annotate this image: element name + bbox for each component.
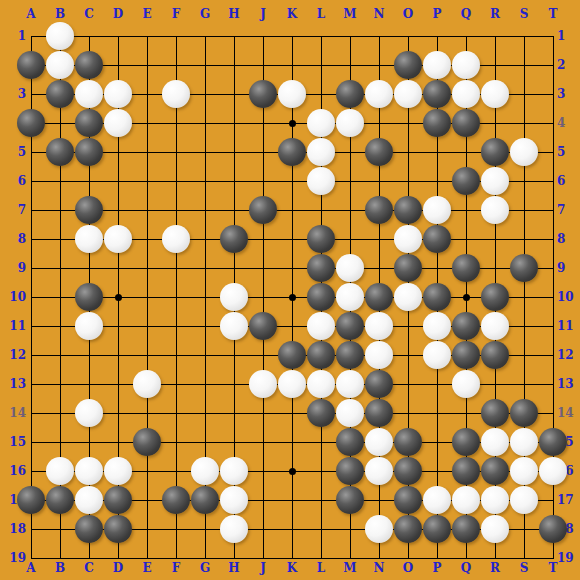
point-C12[interactable] bbox=[75, 341, 104, 370]
point-O17[interactable] bbox=[394, 486, 423, 515]
point-S14[interactable] bbox=[510, 399, 539, 428]
point-A12[interactable] bbox=[17, 341, 46, 370]
point-B6[interactable] bbox=[46, 167, 75, 196]
point-F8[interactable] bbox=[162, 225, 191, 254]
point-F17[interactable] bbox=[162, 486, 191, 515]
point-J8[interactable] bbox=[249, 225, 278, 254]
point-G3[interactable] bbox=[191, 80, 220, 109]
point-C10[interactable] bbox=[75, 283, 104, 312]
point-O11[interactable] bbox=[394, 312, 423, 341]
point-D8[interactable] bbox=[104, 225, 133, 254]
point-A3[interactable] bbox=[17, 80, 46, 109]
point-A8[interactable] bbox=[17, 225, 46, 254]
point-N14[interactable] bbox=[365, 399, 394, 428]
point-A5[interactable] bbox=[17, 138, 46, 167]
point-F15[interactable] bbox=[162, 428, 191, 457]
point-F16[interactable] bbox=[162, 457, 191, 486]
point-H6[interactable] bbox=[220, 167, 249, 196]
point-D7[interactable] bbox=[104, 196, 133, 225]
point-J13[interactable] bbox=[249, 370, 278, 399]
point-O10[interactable] bbox=[394, 283, 423, 312]
point-Q18[interactable] bbox=[452, 515, 481, 544]
point-J9[interactable] bbox=[249, 254, 278, 283]
point-O1[interactable] bbox=[394, 22, 423, 51]
point-E2[interactable] bbox=[133, 51, 162, 80]
point-R18[interactable] bbox=[481, 515, 510, 544]
point-K19[interactable] bbox=[278, 544, 307, 573]
point-G15[interactable] bbox=[191, 428, 220, 457]
point-L3[interactable] bbox=[307, 80, 336, 109]
point-L6[interactable] bbox=[307, 167, 336, 196]
point-P6[interactable] bbox=[423, 167, 452, 196]
point-J14[interactable] bbox=[249, 399, 278, 428]
point-J4[interactable] bbox=[249, 109, 278, 138]
point-L13[interactable] bbox=[307, 370, 336, 399]
point-R3[interactable] bbox=[481, 80, 510, 109]
point-H18[interactable] bbox=[220, 515, 249, 544]
point-P10[interactable] bbox=[423, 283, 452, 312]
point-E8[interactable] bbox=[133, 225, 162, 254]
point-T7[interactable] bbox=[539, 196, 568, 225]
point-J15[interactable] bbox=[249, 428, 278, 457]
point-R7[interactable] bbox=[481, 196, 510, 225]
point-K15[interactable] bbox=[278, 428, 307, 457]
point-B7[interactable] bbox=[46, 196, 75, 225]
point-J5[interactable] bbox=[249, 138, 278, 167]
point-R17[interactable] bbox=[481, 486, 510, 515]
point-D17[interactable] bbox=[104, 486, 133, 515]
point-Q5[interactable] bbox=[452, 138, 481, 167]
point-N12[interactable] bbox=[365, 341, 394, 370]
point-M3[interactable] bbox=[336, 80, 365, 109]
point-A6[interactable] bbox=[17, 167, 46, 196]
point-G12[interactable] bbox=[191, 341, 220, 370]
point-N16[interactable] bbox=[365, 457, 394, 486]
point-J2[interactable] bbox=[249, 51, 278, 80]
point-A13[interactable] bbox=[17, 370, 46, 399]
point-C5[interactable] bbox=[75, 138, 104, 167]
point-E17[interactable] bbox=[133, 486, 162, 515]
point-L19[interactable] bbox=[307, 544, 336, 573]
point-C13[interactable] bbox=[75, 370, 104, 399]
point-S6[interactable] bbox=[510, 167, 539, 196]
point-D6[interactable] bbox=[104, 167, 133, 196]
point-G19[interactable] bbox=[191, 544, 220, 573]
point-C2[interactable] bbox=[75, 51, 104, 80]
point-L14[interactable] bbox=[307, 399, 336, 428]
point-K13[interactable] bbox=[278, 370, 307, 399]
point-P5[interactable] bbox=[423, 138, 452, 167]
point-N15[interactable] bbox=[365, 428, 394, 457]
point-O12[interactable] bbox=[394, 341, 423, 370]
point-Q2[interactable] bbox=[452, 51, 481, 80]
point-E1[interactable] bbox=[133, 22, 162, 51]
point-R5[interactable] bbox=[481, 138, 510, 167]
point-T6[interactable] bbox=[539, 167, 568, 196]
point-A2[interactable] bbox=[17, 51, 46, 80]
point-P3[interactable] bbox=[423, 80, 452, 109]
point-Q15[interactable] bbox=[452, 428, 481, 457]
point-D5[interactable] bbox=[104, 138, 133, 167]
point-G9[interactable] bbox=[191, 254, 220, 283]
point-P9[interactable] bbox=[423, 254, 452, 283]
point-O6[interactable] bbox=[394, 167, 423, 196]
point-P11[interactable] bbox=[423, 312, 452, 341]
point-G8[interactable] bbox=[191, 225, 220, 254]
point-M2[interactable] bbox=[336, 51, 365, 80]
point-D1[interactable] bbox=[104, 22, 133, 51]
point-F14[interactable] bbox=[162, 399, 191, 428]
point-D16[interactable] bbox=[104, 457, 133, 486]
point-S5[interactable] bbox=[510, 138, 539, 167]
point-N8[interactable] bbox=[365, 225, 394, 254]
point-L5[interactable] bbox=[307, 138, 336, 167]
point-F7[interactable] bbox=[162, 196, 191, 225]
point-E14[interactable] bbox=[133, 399, 162, 428]
point-K17[interactable] bbox=[278, 486, 307, 515]
point-Q17[interactable] bbox=[452, 486, 481, 515]
point-E5[interactable] bbox=[133, 138, 162, 167]
point-T8[interactable] bbox=[539, 225, 568, 254]
point-K2[interactable] bbox=[278, 51, 307, 80]
point-P7[interactable] bbox=[423, 196, 452, 225]
point-F4[interactable] bbox=[162, 109, 191, 138]
point-P14[interactable] bbox=[423, 399, 452, 428]
point-B5[interactable] bbox=[46, 138, 75, 167]
point-N3[interactable] bbox=[365, 80, 394, 109]
point-M8[interactable] bbox=[336, 225, 365, 254]
point-K5[interactable] bbox=[278, 138, 307, 167]
point-P17[interactable] bbox=[423, 486, 452, 515]
point-A7[interactable] bbox=[17, 196, 46, 225]
point-L4[interactable] bbox=[307, 109, 336, 138]
point-Q16[interactable] bbox=[452, 457, 481, 486]
point-O2[interactable] bbox=[394, 51, 423, 80]
point-T5[interactable] bbox=[539, 138, 568, 167]
point-Q7[interactable] bbox=[452, 196, 481, 225]
point-L16[interactable] bbox=[307, 457, 336, 486]
point-J11[interactable] bbox=[249, 312, 278, 341]
point-M17[interactable] bbox=[336, 486, 365, 515]
point-C11[interactable] bbox=[75, 312, 104, 341]
point-K1[interactable] bbox=[278, 22, 307, 51]
point-L7[interactable] bbox=[307, 196, 336, 225]
point-A11[interactable] bbox=[17, 312, 46, 341]
point-P1[interactable] bbox=[423, 22, 452, 51]
point-D18[interactable] bbox=[104, 515, 133, 544]
point-K7[interactable] bbox=[278, 196, 307, 225]
point-F1[interactable] bbox=[162, 22, 191, 51]
point-J6[interactable] bbox=[249, 167, 278, 196]
point-O5[interactable] bbox=[394, 138, 423, 167]
point-K11[interactable] bbox=[278, 312, 307, 341]
point-K3[interactable] bbox=[278, 80, 307, 109]
point-F6[interactable] bbox=[162, 167, 191, 196]
point-A9[interactable] bbox=[17, 254, 46, 283]
point-H17[interactable] bbox=[220, 486, 249, 515]
point-B3[interactable] bbox=[46, 80, 75, 109]
point-A18[interactable] bbox=[17, 515, 46, 544]
point-D10[interactable] bbox=[104, 283, 133, 312]
point-O13[interactable] bbox=[394, 370, 423, 399]
point-N7[interactable] bbox=[365, 196, 394, 225]
point-N5[interactable] bbox=[365, 138, 394, 167]
point-J7[interactable] bbox=[249, 196, 278, 225]
point-G17[interactable] bbox=[191, 486, 220, 515]
point-N9[interactable] bbox=[365, 254, 394, 283]
point-L10[interactable] bbox=[307, 283, 336, 312]
point-D13[interactable] bbox=[104, 370, 133, 399]
point-F18[interactable] bbox=[162, 515, 191, 544]
point-B11[interactable] bbox=[46, 312, 75, 341]
point-T4[interactable] bbox=[539, 109, 568, 138]
point-M15[interactable] bbox=[336, 428, 365, 457]
point-R11[interactable] bbox=[481, 312, 510, 341]
point-N1[interactable] bbox=[365, 22, 394, 51]
point-D2[interactable] bbox=[104, 51, 133, 80]
point-J16[interactable] bbox=[249, 457, 278, 486]
point-G10[interactable] bbox=[191, 283, 220, 312]
point-N4[interactable] bbox=[365, 109, 394, 138]
point-H15[interactable] bbox=[220, 428, 249, 457]
point-H1[interactable] bbox=[220, 22, 249, 51]
point-G6[interactable] bbox=[191, 167, 220, 196]
point-L8[interactable] bbox=[307, 225, 336, 254]
point-N18[interactable] bbox=[365, 515, 394, 544]
point-N2[interactable] bbox=[365, 51, 394, 80]
point-C9[interactable] bbox=[75, 254, 104, 283]
point-A16[interactable] bbox=[17, 457, 46, 486]
point-B9[interactable] bbox=[46, 254, 75, 283]
point-B15[interactable] bbox=[46, 428, 75, 457]
point-J19[interactable] bbox=[249, 544, 278, 573]
point-Q14[interactable] bbox=[452, 399, 481, 428]
point-L2[interactable] bbox=[307, 51, 336, 80]
point-N10[interactable] bbox=[365, 283, 394, 312]
point-A15[interactable] bbox=[17, 428, 46, 457]
point-L1[interactable] bbox=[307, 22, 336, 51]
point-B12[interactable] bbox=[46, 341, 75, 370]
point-L12[interactable] bbox=[307, 341, 336, 370]
point-K8[interactable] bbox=[278, 225, 307, 254]
point-S10[interactable] bbox=[510, 283, 539, 312]
point-K12[interactable] bbox=[278, 341, 307, 370]
point-H19[interactable] bbox=[220, 544, 249, 573]
point-P4[interactable] bbox=[423, 109, 452, 138]
point-O3[interactable] bbox=[394, 80, 423, 109]
point-F19[interactable] bbox=[162, 544, 191, 573]
point-J12[interactable] bbox=[249, 341, 278, 370]
point-H13[interactable] bbox=[220, 370, 249, 399]
point-T12[interactable] bbox=[539, 341, 568, 370]
point-P12[interactable] bbox=[423, 341, 452, 370]
point-B2[interactable] bbox=[46, 51, 75, 80]
point-B17[interactable] bbox=[46, 486, 75, 515]
point-O8[interactable] bbox=[394, 225, 423, 254]
point-O18[interactable] bbox=[394, 515, 423, 544]
point-J1[interactable] bbox=[249, 22, 278, 51]
point-S15[interactable] bbox=[510, 428, 539, 457]
point-S18[interactable] bbox=[510, 515, 539, 544]
point-M6[interactable] bbox=[336, 167, 365, 196]
point-E13[interactable] bbox=[133, 370, 162, 399]
point-D15[interactable] bbox=[104, 428, 133, 457]
point-S11[interactable] bbox=[510, 312, 539, 341]
point-E11[interactable] bbox=[133, 312, 162, 341]
point-O15[interactable] bbox=[394, 428, 423, 457]
point-L18[interactable] bbox=[307, 515, 336, 544]
point-S2[interactable] bbox=[510, 51, 539, 80]
point-T1[interactable] bbox=[539, 22, 568, 51]
point-E3[interactable] bbox=[133, 80, 162, 109]
point-E19[interactable] bbox=[133, 544, 162, 573]
point-E4[interactable] bbox=[133, 109, 162, 138]
point-O16[interactable] bbox=[394, 457, 423, 486]
point-T11[interactable] bbox=[539, 312, 568, 341]
point-G16[interactable] bbox=[191, 457, 220, 486]
point-A4[interactable] bbox=[17, 109, 46, 138]
point-A1[interactable] bbox=[17, 22, 46, 51]
point-C19[interactable] bbox=[75, 544, 104, 573]
point-P13[interactable] bbox=[423, 370, 452, 399]
point-R10[interactable] bbox=[481, 283, 510, 312]
point-C1[interactable] bbox=[75, 22, 104, 51]
point-R12[interactable] bbox=[481, 341, 510, 370]
point-M7[interactable] bbox=[336, 196, 365, 225]
point-R19[interactable] bbox=[481, 544, 510, 573]
point-Q1[interactable] bbox=[452, 22, 481, 51]
point-C8[interactable] bbox=[75, 225, 104, 254]
point-D4[interactable] bbox=[104, 109, 133, 138]
point-A17[interactable] bbox=[17, 486, 46, 515]
point-P16[interactable] bbox=[423, 457, 452, 486]
point-C6[interactable] bbox=[75, 167, 104, 196]
point-P8[interactable] bbox=[423, 225, 452, 254]
point-M13[interactable] bbox=[336, 370, 365, 399]
point-T3[interactable] bbox=[539, 80, 568, 109]
point-R1[interactable] bbox=[481, 22, 510, 51]
point-H14[interactable] bbox=[220, 399, 249, 428]
point-C14[interactable] bbox=[75, 399, 104, 428]
point-B19[interactable] bbox=[46, 544, 75, 573]
point-H3[interactable] bbox=[220, 80, 249, 109]
point-D9[interactable] bbox=[104, 254, 133, 283]
point-R9[interactable] bbox=[481, 254, 510, 283]
point-F3[interactable] bbox=[162, 80, 191, 109]
point-R2[interactable] bbox=[481, 51, 510, 80]
point-C15[interactable] bbox=[75, 428, 104, 457]
point-B8[interactable] bbox=[46, 225, 75, 254]
point-C3[interactable] bbox=[75, 80, 104, 109]
point-H7[interactable] bbox=[220, 196, 249, 225]
point-T19[interactable] bbox=[539, 544, 568, 573]
point-C16[interactable] bbox=[75, 457, 104, 486]
point-E12[interactable] bbox=[133, 341, 162, 370]
point-P2[interactable] bbox=[423, 51, 452, 80]
point-J18[interactable] bbox=[249, 515, 278, 544]
point-E15[interactable] bbox=[133, 428, 162, 457]
point-N19[interactable] bbox=[365, 544, 394, 573]
point-G11[interactable] bbox=[191, 312, 220, 341]
point-E18[interactable] bbox=[133, 515, 162, 544]
point-C18[interactable] bbox=[75, 515, 104, 544]
point-J3[interactable] bbox=[249, 80, 278, 109]
point-G5[interactable] bbox=[191, 138, 220, 167]
point-N17[interactable] bbox=[365, 486, 394, 515]
point-B4[interactable] bbox=[46, 109, 75, 138]
point-T15[interactable] bbox=[539, 428, 568, 457]
point-J10[interactable] bbox=[249, 283, 278, 312]
point-C4[interactable] bbox=[75, 109, 104, 138]
point-T2[interactable] bbox=[539, 51, 568, 80]
point-Q13[interactable] bbox=[452, 370, 481, 399]
point-Q19[interactable] bbox=[452, 544, 481, 573]
point-S4[interactable] bbox=[510, 109, 539, 138]
point-M19[interactable] bbox=[336, 544, 365, 573]
point-T10[interactable] bbox=[539, 283, 568, 312]
point-G18[interactable] bbox=[191, 515, 220, 544]
point-K6[interactable] bbox=[278, 167, 307, 196]
point-T17[interactable] bbox=[539, 486, 568, 515]
point-R8[interactable] bbox=[481, 225, 510, 254]
point-D19[interactable] bbox=[104, 544, 133, 573]
point-D14[interactable] bbox=[104, 399, 133, 428]
point-Q12[interactable] bbox=[452, 341, 481, 370]
point-S16[interactable] bbox=[510, 457, 539, 486]
point-G1[interactable] bbox=[191, 22, 220, 51]
point-H11[interactable] bbox=[220, 312, 249, 341]
point-B1[interactable] bbox=[46, 22, 75, 51]
point-B18[interactable] bbox=[46, 515, 75, 544]
point-M12[interactable] bbox=[336, 341, 365, 370]
point-M9[interactable] bbox=[336, 254, 365, 283]
point-T16[interactable] bbox=[539, 457, 568, 486]
point-Q11[interactable] bbox=[452, 312, 481, 341]
point-G4[interactable] bbox=[191, 109, 220, 138]
point-L15[interactable] bbox=[307, 428, 336, 457]
point-O4[interactable] bbox=[394, 109, 423, 138]
point-F10[interactable] bbox=[162, 283, 191, 312]
point-F5[interactable] bbox=[162, 138, 191, 167]
point-R14[interactable] bbox=[481, 399, 510, 428]
point-P19[interactable] bbox=[423, 544, 452, 573]
point-M5[interactable] bbox=[336, 138, 365, 167]
point-H16[interactable] bbox=[220, 457, 249, 486]
point-S8[interactable] bbox=[510, 225, 539, 254]
point-S1[interactable] bbox=[510, 22, 539, 51]
point-D11[interactable] bbox=[104, 312, 133, 341]
point-S19[interactable] bbox=[510, 544, 539, 573]
point-F12[interactable] bbox=[162, 341, 191, 370]
point-G14[interactable] bbox=[191, 399, 220, 428]
point-S7[interactable] bbox=[510, 196, 539, 225]
point-M14[interactable] bbox=[336, 399, 365, 428]
point-R4[interactable] bbox=[481, 109, 510, 138]
point-Q9[interactable] bbox=[452, 254, 481, 283]
point-G13[interactable] bbox=[191, 370, 220, 399]
point-L17[interactable] bbox=[307, 486, 336, 515]
point-M11[interactable] bbox=[336, 312, 365, 341]
point-G7[interactable] bbox=[191, 196, 220, 225]
point-D12[interactable] bbox=[104, 341, 133, 370]
point-E7[interactable] bbox=[133, 196, 162, 225]
point-K4[interactable] bbox=[278, 109, 307, 138]
point-D3[interactable] bbox=[104, 80, 133, 109]
point-H8[interactable] bbox=[220, 225, 249, 254]
point-K14[interactable] bbox=[278, 399, 307, 428]
point-Q8[interactable] bbox=[452, 225, 481, 254]
point-C7[interactable] bbox=[75, 196, 104, 225]
